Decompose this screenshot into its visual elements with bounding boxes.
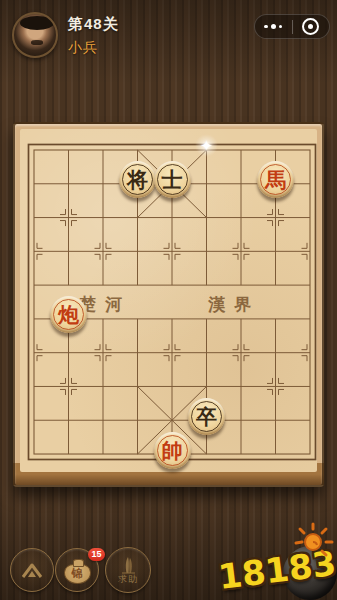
- player-avatar[interactable]: [12, 12, 58, 58]
- help-label: 求助: [118, 573, 138, 586]
- exit-target-icon: [302, 18, 319, 35]
- more-button[interactable]: [255, 15, 292, 38]
- watermark-18183: 18183: [214, 520, 337, 600]
- exit-button[interactable]: [293, 15, 330, 38]
- piece-帥[interactable]: 帥: [154, 432, 191, 469]
- player-name: 小兵: [68, 40, 119, 54]
- piece-glyph: 士: [162, 169, 183, 190]
- piece-glyph: 炮: [58, 304, 79, 325]
- piece-将[interactable]: 将: [119, 161, 156, 198]
- piece-馬[interactable]: 馬: [257, 161, 294, 198]
- miniprogram-capsule: [254, 14, 330, 39]
- sun-icon: [289, 520, 335, 562]
- money-bag-icon: 锦: [64, 564, 91, 584]
- piece-glyph: 将: [127, 169, 148, 190]
- piece-glyph: 馬: [265, 169, 286, 190]
- watermark-text: 18183: [216, 543, 337, 597]
- praying-hands-icon: [117, 555, 139, 575]
- more-dots-icon: [264, 25, 268, 29]
- piece-glyph: 帥: [162, 440, 183, 461]
- river-label-han: 漢界: [208, 293, 260, 316]
- header: 第48关 小兵: [68, 16, 119, 54]
- help-button[interactable]: 求助: [105, 547, 151, 593]
- more-dots-icon: [279, 25, 283, 29]
- game-screen: 第48关 小兵 楚河 漢界 将士馬炮卒帥 ✦ 锦 15: [0, 0, 337, 600]
- hint-count-badge: 15: [88, 548, 105, 561]
- hint-bag-button[interactable]: 锦 15: [55, 548, 99, 592]
- piece-glyph: 卒: [196, 406, 217, 427]
- piece-士[interactable]: 士: [154, 161, 191, 198]
- expand-button[interactable]: [10, 548, 54, 592]
- level-title: 第48关: [68, 16, 119, 31]
- chevron-up-icon: [18, 558, 46, 582]
- sparkle-effect: ✦: [198, 137, 215, 154]
- xiangqi-board[interactable]: 楚河 漢界 将士馬炮卒帥 ✦: [13, 122, 324, 487]
- more-dots-icon: [271, 24, 276, 29]
- piece-卒[interactable]: 卒: [188, 398, 225, 435]
- sphere-graphic: [283, 546, 337, 600]
